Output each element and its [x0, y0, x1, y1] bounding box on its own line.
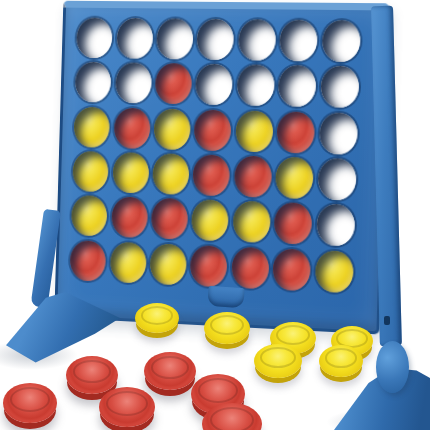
cell-r2c2[interactable] [115, 63, 152, 104]
cell-r5c3[interactable] [151, 198, 188, 240]
cell-r6c2[interactable] [109, 241, 146, 283]
cell-r5c4[interactable] [191, 200, 229, 242]
cell-r4c5[interactable] [234, 156, 272, 198]
cell-r6c3[interactable] [150, 243, 187, 285]
loose-disc-red-9[interactable] [3, 383, 57, 423]
cell-r1c2[interactable] [116, 18, 153, 59]
loose-disc-yellow-6[interactable] [319, 345, 363, 377]
cell-r5c1[interactable] [71, 195, 108, 237]
cell-r2c5[interactable] [237, 65, 275, 107]
cell-r4c3[interactable] [152, 153, 189, 195]
cell-r1c4[interactable] [197, 19, 235, 60]
cell-r2c7[interactable] [320, 66, 359, 108]
connect4-board [54, 1, 389, 335]
cell-r3c3[interactable] [154, 108, 191, 150]
cell-r6c4[interactable] [190, 245, 228, 288]
cell-r6c7[interactable] [315, 250, 354, 293]
cell-r4c2[interactable] [112, 152, 149, 194]
cell-r4c1[interactable] [72, 151, 109, 192]
loose-disc-red-8[interactable] [144, 352, 196, 390]
board-grid [57, 8, 386, 332]
board-release-clip[interactable] [207, 286, 244, 308]
cell-r3c6[interactable] [277, 111, 316, 153]
loose-disc-red-10[interactable] [99, 387, 155, 427]
cell-r3c4[interactable] [194, 109, 232, 151]
cell-r1c3[interactable] [156, 18, 193, 59]
loose-disc-yellow-2[interactable] [204, 312, 250, 344]
cell-r2c6[interactable] [278, 65, 317, 107]
cell-r1c7[interactable] [321, 20, 360, 62]
cell-r1c1[interactable] [76, 18, 113, 59]
cell-r3c1[interactable] [74, 107, 111, 148]
cell-r1c6[interactable] [279, 20, 318, 62]
cell-r6c1[interactable] [70, 240, 107, 282]
cell-r3c2[interactable] [113, 107, 150, 148]
cell-r5c7[interactable] [316, 204, 355, 247]
cell-r4c6[interactable] [275, 157, 314, 200]
connect-four-photo [0, 0, 430, 430]
cell-r6c6[interactable] [273, 248, 312, 291]
stand-pin-hole [384, 316, 390, 325]
cell-r5c6[interactable] [274, 202, 313, 245]
cell-r2c4[interactable] [195, 64, 233, 106]
cell-r2c1[interactable] [75, 62, 112, 103]
cell-r3c7[interactable] [319, 112, 358, 155]
cell-r5c2[interactable] [111, 197, 148, 239]
cell-r4c4[interactable] [193, 154, 231, 196]
cell-r3c5[interactable] [235, 110, 273, 152]
cell-r5c5[interactable] [233, 201, 271, 244]
cell-r1c5[interactable] [238, 19, 276, 61]
cell-r6c5[interactable] [231, 246, 269, 289]
loose-disc-yellow-5[interactable] [254, 344, 302, 378]
loose-disc-yellow-1[interactable] [135, 303, 179, 333]
loose-disc-red-7[interactable] [66, 356, 118, 394]
stand-pivot-boss [376, 341, 409, 393]
cell-r2c3[interactable] [155, 63, 192, 104]
cell-r4c7[interactable] [317, 158, 356, 201]
